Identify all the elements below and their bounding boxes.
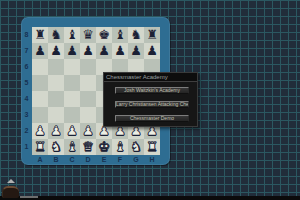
minimized-window-tab[interactable]	[2, 186, 19, 198]
square-e7[interactable]: ♟	[96, 43, 112, 59]
square-c8[interactable]: ♝	[64, 27, 80, 43]
square-b7[interactable]: ♟	[48, 43, 64, 59]
white-rook: ♜	[34, 139, 46, 155]
square-c2[interactable]: ♟	[64, 123, 80, 139]
rank-label-3: 3	[21, 107, 32, 123]
white-knight: ♞	[50, 139, 62, 155]
square-h1[interactable]: ♜	[144, 139, 160, 155]
rank-label-6: 6	[21, 59, 32, 75]
black-knight: ♞	[50, 27, 62, 43]
file-label-e: E	[96, 155, 112, 165]
rank-label-1: 1	[21, 139, 32, 155]
black-pawn: ♟	[114, 43, 126, 59]
taskbar	[0, 196, 300, 200]
black-rook: ♜	[34, 27, 46, 43]
rank-label-8: 8	[21, 27, 32, 43]
square-g1[interactable]: ♞	[128, 139, 144, 155]
square-c6[interactable]	[64, 59, 80, 75]
dialog-title: Chessmaster Academy	[104, 73, 197, 82]
white-rook: ♜	[146, 139, 158, 155]
file-label-g: G	[128, 155, 144, 165]
square-a6[interactable]	[32, 59, 48, 75]
white-knight: ♞	[130, 139, 142, 155]
square-d2[interactable]: ♟	[80, 123, 96, 139]
black-pawn: ♟	[130, 43, 142, 59]
square-a7[interactable]: ♟	[32, 43, 48, 59]
rank-label-7: 7	[21, 43, 32, 59]
square-f7[interactable]: ♟	[112, 43, 128, 59]
square-e8[interactable]: ♚	[96, 27, 112, 43]
chessmaster-academy-dialog: Chessmaster Academy Josh Waitzkin's Acad…	[103, 72, 198, 127]
file-label-b: B	[48, 155, 64, 165]
rank-label-5: 5	[21, 75, 32, 91]
minimized-tab-base	[20, 196, 38, 198]
square-a4[interactable]	[32, 91, 48, 107]
up-arrow-icon[interactable]	[7, 179, 15, 183]
black-pawn: ♟	[98, 43, 110, 59]
rank-labels: 87654321	[21, 27, 32, 155]
square-h8[interactable]: ♜	[144, 27, 160, 43]
square-c1[interactable]: ♝	[64, 139, 80, 155]
file-label-c: C	[64, 155, 80, 165]
square-a2[interactable]: ♟	[32, 123, 48, 139]
square-f8[interactable]: ♝	[112, 27, 128, 43]
file-label-a: A	[32, 155, 48, 165]
black-pawn: ♟	[50, 43, 62, 59]
black-queen: ♛	[82, 27, 94, 43]
square-d3[interactable]	[80, 107, 96, 123]
rank-label-4: 4	[21, 91, 32, 107]
file-label-f: F	[112, 155, 128, 165]
square-b8[interactable]: ♞	[48, 27, 64, 43]
black-pawn: ♟	[34, 43, 46, 59]
black-rook: ♜	[146, 27, 158, 43]
white-queen: ♛	[82, 139, 94, 155]
square-d6[interactable]	[80, 59, 96, 75]
white-pawn: ♟	[50, 123, 62, 139]
white-pawn: ♟	[82, 123, 94, 139]
square-b4[interactable]	[48, 91, 64, 107]
square-d5[interactable]	[80, 75, 96, 91]
square-b2[interactable]: ♟	[48, 123, 64, 139]
larry-christiansen-attacking-chess-button[interactable]: Larry Christiansen Attacking Chess	[115, 101, 189, 108]
square-c5[interactable]	[64, 75, 80, 91]
file-labels: ABCDEFGH	[32, 155, 160, 165]
file-label-d: D	[80, 155, 96, 165]
rank-label-2: 2	[21, 123, 32, 139]
white-king: ♚	[98, 139, 110, 155]
square-b6[interactable]	[48, 59, 64, 75]
square-g8[interactable]: ♞	[128, 27, 144, 43]
square-d1[interactable]: ♛	[80, 139, 96, 155]
desktop: 87654321 ♜♞♝♛♚♝♞♜♟♟♟♟♟♟♟♟♟♟♟♟♟♟♟♟♜♞♝♛♚♝♞…	[0, 0, 300, 200]
black-knight: ♞	[130, 27, 142, 43]
square-g7[interactable]: ♟	[128, 43, 144, 59]
square-d4[interactable]	[80, 91, 96, 107]
square-a3[interactable]	[32, 107, 48, 123]
black-pawn: ♟	[66, 43, 78, 59]
square-f1[interactable]: ♝	[112, 139, 128, 155]
square-c3[interactable]	[64, 107, 80, 123]
square-a5[interactable]	[32, 75, 48, 91]
black-bishop: ♝	[66, 27, 78, 43]
square-a8[interactable]: ♜	[32, 27, 48, 43]
white-pawn: ♟	[66, 123, 78, 139]
black-pawn: ♟	[82, 43, 94, 59]
white-pawn: ♟	[34, 123, 46, 139]
square-d8[interactable]: ♛	[80, 27, 96, 43]
square-d7[interactable]: ♟	[80, 43, 96, 59]
white-bishop: ♝	[66, 139, 78, 155]
square-b3[interactable]	[48, 107, 64, 123]
file-label-h: H	[144, 155, 160, 165]
square-e1[interactable]: ♚	[96, 139, 112, 155]
white-bishop: ♝	[114, 139, 126, 155]
josh-waitzkin-academy-button[interactable]: Josh Waitzkin's Academy	[115, 87, 189, 94]
black-pawn: ♟	[146, 43, 158, 59]
square-c4[interactable]	[64, 91, 80, 107]
black-bishop: ♝	[114, 27, 126, 43]
chessmaster-demo-button[interactable]: Chessmaster Demo	[115, 115, 189, 122]
square-b5[interactable]	[48, 75, 64, 91]
black-king: ♚	[98, 27, 110, 43]
square-c7[interactable]: ♟	[64, 43, 80, 59]
square-a1[interactable]: ♜	[32, 139, 48, 155]
square-b1[interactable]: ♞	[48, 139, 64, 155]
square-h7[interactable]: ♟	[144, 43, 160, 59]
